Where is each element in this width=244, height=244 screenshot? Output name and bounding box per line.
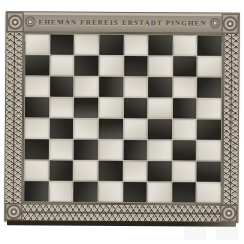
square-c7 [75,56,99,76]
square-b6 [50,76,74,96]
rosette-icon [26,17,35,26]
rosette-icon [211,19,220,28]
square-g4 [173,119,197,139]
board-edge-shadow [7,220,236,227]
square-e1 [123,182,147,202]
square-b4 [49,118,73,138]
corner-rosette-icon [7,12,24,32]
square-d2 [98,161,122,181]
square-a1 [24,181,48,201]
square-b1 [49,181,73,201]
square-f6 [148,77,172,97]
square-c1 [74,182,98,202]
square-e2 [123,161,147,181]
square-e8 [124,35,148,55]
corner-rosette-icon [5,203,22,220]
corner-rosette-icon [220,205,237,222]
square-f7 [148,56,172,76]
square-g2 [172,161,196,181]
square-e6 [124,77,148,97]
square-a4 [25,118,49,138]
square-h2 [197,162,221,182]
square-f3 [148,140,172,160]
square-h5 [197,99,221,119]
square-h4 [197,120,221,140]
watermark-ghost [184,227,206,240]
square-a8 [25,34,49,54]
square-g5 [173,98,197,118]
square-f4 [148,119,172,139]
square-h7 [198,57,222,77]
square-g6 [173,77,197,97]
square-c3 [74,140,98,160]
square-b2 [49,160,73,180]
frame-top-inscription-band: EHEMAN FREREIS ERSTADT PINGHEN [7,12,239,34]
square-g7 [173,56,197,76]
chessboard[interactable]: EHEMAN FREREIS ERSTADT PINGHEN [4,11,239,223]
square-f5 [148,98,172,118]
square-d8 [99,35,123,55]
square-a6 [25,76,49,96]
square-b7 [50,55,74,75]
square-e3 [123,140,147,160]
inscription: EHEMAN FREREIS ERSTADT PINGHEN [39,17,207,28]
square-d6 [99,77,123,97]
square-h8 [198,36,222,56]
board-grid [22,32,223,204]
square-h1 [197,183,221,203]
square-e4 [123,119,147,139]
square-h3 [197,141,221,161]
square-a7 [25,55,49,75]
square-a5 [25,97,49,117]
square-c6 [74,77,98,97]
photo-background: EHEMAN FREREIS ERSTADT PINGHEN [0,0,244,244]
square-g8 [173,35,197,55]
square-c8 [75,35,99,55]
square-f8 [149,35,173,55]
square-d4 [99,119,123,139]
square-c2 [74,161,98,181]
corner-rosette-icon [222,14,239,34]
square-a3 [25,139,49,159]
square-c5 [74,98,98,118]
square-e5 [123,98,147,118]
square-c4 [74,119,98,139]
frame-left-laurel-band [5,32,23,203]
square-g1 [172,182,196,202]
square-h6 [198,78,222,98]
square-d3 [99,140,123,160]
square-b3 [49,139,73,159]
frame-bottom-laurel-band [5,203,237,222]
square-b5 [50,97,74,117]
square-b8 [50,34,74,54]
square-d7 [99,56,123,76]
square-d5 [99,98,123,118]
square-a2 [25,160,49,180]
square-f1 [148,182,172,202]
square-e7 [124,56,148,76]
square-d1 [98,182,122,202]
watermark-ghost [216,227,238,240]
frame-right-laurel-band [222,34,238,205]
square-g3 [172,140,196,160]
square-f2 [148,161,172,181]
